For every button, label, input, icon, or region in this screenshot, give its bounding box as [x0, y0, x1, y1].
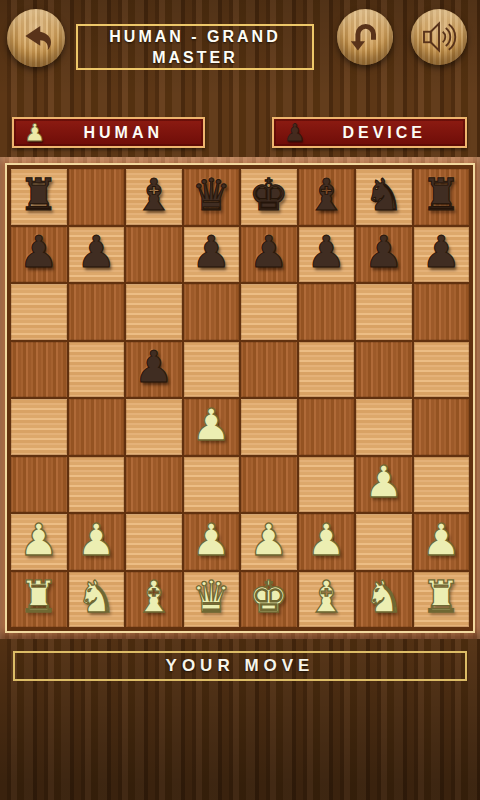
white-pawn: ♟ — [192, 518, 231, 562]
black-pawn: ♟ — [19, 230, 58, 274]
board-frame: ♜♝♛♚♝♞♜♟♟♟♟♟♟♟♟♟♟♟♟♟♟♟♟♜♞♝♛♚♝♞♜ — [0, 157, 480, 639]
square-g6[interactable] — [356, 284, 412, 340]
square-f3[interactable] — [299, 457, 355, 513]
square-h8[interactable]: ♜ — [414, 169, 470, 225]
chess-app-screen: { "app": { "title": "HUMAN - GRAND MASTE… — [0, 0, 480, 800]
square-e4[interactable] — [241, 399, 297, 455]
undo-button[interactable] — [337, 9, 393, 65]
square-f5[interactable] — [299, 342, 355, 398]
black-pawn: ♟ — [249, 230, 288, 274]
square-g1[interactable]: ♞ — [356, 572, 412, 628]
square-d5[interactable] — [184, 342, 240, 398]
device-player-bar[interactable]: ♟ DEVICE — [272, 117, 467, 148]
white-knight: ♞ — [364, 575, 403, 619]
square-a5[interactable] — [11, 342, 67, 398]
square-a3[interactable] — [11, 457, 67, 513]
sound-on-icon — [421, 19, 457, 55]
square-c5[interactable]: ♟ — [126, 342, 182, 398]
game-mode-title: HUMAN - GRAND MASTER — [76, 24, 314, 70]
square-a6[interactable] — [11, 284, 67, 340]
white-knight: ♞ — [77, 575, 116, 619]
white-pawn: ♟ — [77, 518, 116, 562]
square-b2[interactable]: ♟ — [69, 514, 125, 570]
black-bishop: ♝ — [134, 173, 173, 217]
white-pawn: ♟ — [364, 460, 403, 504]
black-bishop: ♝ — [307, 173, 346, 217]
square-g5[interactable] — [356, 342, 412, 398]
square-d2[interactable]: ♟ — [184, 514, 240, 570]
board-inner-frame: ♜♝♛♚♝♞♜♟♟♟♟♟♟♟♟♟♟♟♟♟♟♟♟♜♞♝♛♚♝♞♜ — [5, 163, 475, 633]
black-queen: ♛ — [192, 173, 231, 217]
black-pawn: ♟ — [307, 230, 346, 274]
human-player-label: HUMAN — [58, 124, 203, 142]
device-player-label: DEVICE — [318, 124, 465, 142]
status-text: YOUR MOVE — [166, 656, 315, 676]
square-a8[interactable]: ♜ — [11, 169, 67, 225]
black-rook: ♜ — [19, 173, 58, 217]
white-king: ♚ — [249, 575, 288, 619]
square-e1[interactable]: ♚ — [241, 572, 297, 628]
square-c4[interactable] — [126, 399, 182, 455]
square-f1[interactable]: ♝ — [299, 572, 355, 628]
square-f6[interactable] — [299, 284, 355, 340]
white-bishop: ♝ — [307, 575, 346, 619]
white-pawn: ♟ — [19, 518, 58, 562]
square-h5[interactable] — [414, 342, 470, 398]
square-a7[interactable]: ♟ — [11, 227, 67, 283]
black-pawn-icon: ♟ — [284, 121, 310, 145]
square-d3[interactable] — [184, 457, 240, 513]
white-pawn: ♟ — [192, 403, 231, 447]
square-e6[interactable] — [241, 284, 297, 340]
square-g7[interactable]: ♟ — [356, 227, 412, 283]
square-b3[interactable] — [69, 457, 125, 513]
square-a1[interactable]: ♜ — [11, 572, 67, 628]
square-d7[interactable]: ♟ — [184, 227, 240, 283]
black-pawn: ♟ — [192, 230, 231, 274]
square-e2[interactable]: ♟ — [241, 514, 297, 570]
black-pawn: ♟ — [134, 345, 173, 389]
square-b8[interactable] — [69, 169, 125, 225]
status-bar: YOUR MOVE — [13, 651, 467, 681]
black-rook: ♜ — [422, 173, 461, 217]
square-h4[interactable] — [414, 399, 470, 455]
black-king: ♚ — [249, 173, 288, 217]
black-pawn: ♟ — [422, 230, 461, 274]
square-a2[interactable]: ♟ — [11, 514, 67, 570]
back-button[interactable] — [7, 9, 65, 67]
white-pawn-icon: ♟ — [24, 121, 50, 145]
square-f8[interactable]: ♝ — [299, 169, 355, 225]
square-h6[interactable] — [414, 284, 470, 340]
square-a4[interactable] — [11, 399, 67, 455]
back-icon — [19, 21, 53, 55]
square-c6[interactable] — [126, 284, 182, 340]
square-c8[interactable]: ♝ — [126, 169, 182, 225]
title-line-2: MASTER — [152, 47, 238, 68]
square-h7[interactable]: ♟ — [414, 227, 470, 283]
square-d1[interactable]: ♛ — [184, 572, 240, 628]
human-player-bar[interactable]: ♟ HUMAN — [12, 117, 205, 148]
square-e3[interactable] — [241, 457, 297, 513]
sound-button[interactable] — [411, 9, 467, 65]
square-d6[interactable] — [184, 284, 240, 340]
square-d4[interactable]: ♟ — [184, 399, 240, 455]
white-queen: ♛ — [192, 575, 231, 619]
square-c7[interactable] — [126, 227, 182, 283]
square-h1[interactable]: ♜ — [414, 572, 470, 628]
square-f2[interactable]: ♟ — [299, 514, 355, 570]
square-e5[interactable] — [241, 342, 297, 398]
square-h2[interactable]: ♟ — [414, 514, 470, 570]
square-b1[interactable]: ♞ — [69, 572, 125, 628]
square-b5[interactable] — [69, 342, 125, 398]
square-b6[interactable] — [69, 284, 125, 340]
square-e7[interactable]: ♟ — [241, 227, 297, 283]
square-g3[interactable]: ♟ — [356, 457, 412, 513]
white-bishop: ♝ — [134, 575, 173, 619]
white-pawn: ♟ — [249, 518, 288, 562]
square-g8[interactable]: ♞ — [356, 169, 412, 225]
square-c3[interactable] — [126, 457, 182, 513]
square-c2[interactable] — [126, 514, 182, 570]
square-h3[interactable] — [414, 457, 470, 513]
square-d8[interactable]: ♛ — [184, 169, 240, 225]
white-pawn: ♟ — [307, 518, 346, 562]
square-f4[interactable] — [299, 399, 355, 455]
square-c1[interactable]: ♝ — [126, 572, 182, 628]
square-g4[interactable] — [356, 399, 412, 455]
square-f7[interactable]: ♟ — [299, 227, 355, 283]
undo-icon — [348, 20, 382, 54]
square-e8[interactable]: ♚ — [241, 169, 297, 225]
square-b7[interactable]: ♟ — [69, 227, 125, 283]
title-line-1: HUMAN - GRAND — [109, 26, 280, 47]
square-b4[interactable] — [69, 399, 125, 455]
black-pawn: ♟ — [77, 230, 116, 274]
black-pawn: ♟ — [364, 230, 403, 274]
black-knight: ♞ — [364, 173, 403, 217]
chess-board: ♜♝♛♚♝♞♜♟♟♟♟♟♟♟♟♟♟♟♟♟♟♟♟♜♞♝♛♚♝♞♜ — [11, 169, 469, 627]
white-pawn: ♟ — [422, 518, 461, 562]
white-rook: ♜ — [422, 575, 461, 619]
white-rook: ♜ — [19, 575, 58, 619]
square-g2[interactable] — [356, 514, 412, 570]
